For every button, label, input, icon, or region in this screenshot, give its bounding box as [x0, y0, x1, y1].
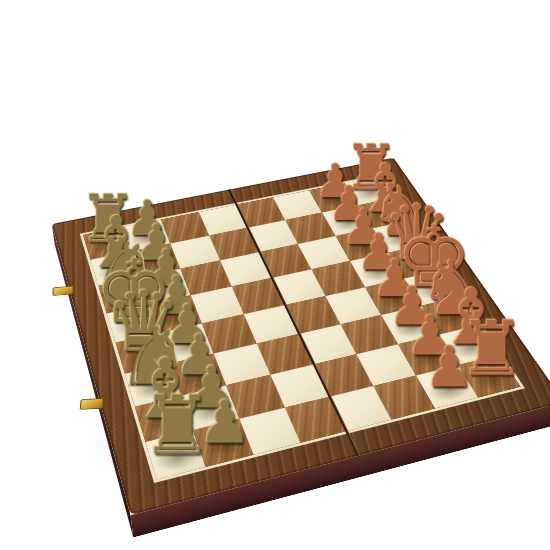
brass-latch-icon[interactable]	[80, 398, 104, 410]
square-h1[interactable]: ♜	[145, 430, 205, 479]
white-rook-glyph: ♜	[140, 385, 213, 466]
black-pawn-glyph: ♟	[424, 339, 475, 395]
chessboard-box: ♜♟♟♜♝♟♟♝♞♟♟♞♚♟♟♛♛♟♟♚♞♟♟♞♝♟♟♝♜♟♟♜	[52, 158, 550, 515]
scene: ♜♟♟♜♝♟♟♝♞♟♟♞♚♟♟♛♛♟♟♚♞♟♟♞♝♟♟♝♜♟♟♜	[0, 0, 550, 550]
square-h7[interactable]: ♟	[416, 365, 478, 408]
product-photo-canvas: ♜♟♟♜♝♟♟♝♞♟♟♞♚♟♟♛♛♟♟♚♞♟♟♞♝♟♟♝♜♟♟♜	[0, 0, 550, 550]
brass-latch-icon[interactable]	[52, 285, 73, 295]
